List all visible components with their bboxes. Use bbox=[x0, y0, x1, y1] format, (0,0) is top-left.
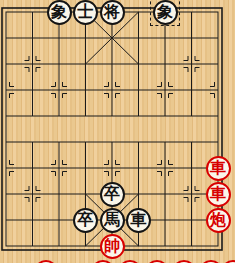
intersection-7-5[interactable] bbox=[178, 129, 205, 155]
intersection-4-3[interactable] bbox=[99, 77, 126, 103]
intersection-8-2[interactable] bbox=[205, 51, 232, 77]
intersection-5-6[interactable] bbox=[125, 155, 152, 181]
intersection-3-9[interactable] bbox=[72, 233, 99, 259]
piece-black-soldier[interactable]: 卒 bbox=[73, 208, 98, 233]
intersection-7-0[interactable] bbox=[178, 0, 205, 25]
intersection-4-8[interactable]: 馬 bbox=[99, 207, 126, 233]
intersection-2-2[interactable] bbox=[46, 51, 73, 77]
last-move-highlight bbox=[150, 0, 180, 26]
intersection-6-2[interactable] bbox=[152, 51, 179, 77]
intersection-5-1[interactable] bbox=[125, 25, 152, 51]
piece-black-soldier[interactable]: 卒 bbox=[100, 182, 125, 207]
intersection-4-6[interactable] bbox=[99, 155, 126, 181]
intersection-4-9[interactable]: 帥 bbox=[99, 233, 126, 259]
intersection-7-3[interactable] bbox=[178, 77, 205, 103]
intersection-3-0[interactable]: 士 bbox=[72, 0, 99, 25]
intersection-8-8[interactable]: 炮 bbox=[205, 207, 232, 233]
intersection-7-4[interactable] bbox=[178, 103, 205, 129]
intersection-2-1[interactable] bbox=[46, 25, 73, 51]
intersection-6-6[interactable] bbox=[152, 155, 179, 181]
intersection-6-8[interactable] bbox=[152, 207, 179, 233]
intersection-3-8[interactable]: 卒 bbox=[72, 207, 99, 233]
intersection-2-7[interactable] bbox=[46, 181, 73, 207]
intersection-4-1[interactable] bbox=[99, 25, 126, 51]
intersection-3-7[interactable] bbox=[72, 181, 99, 207]
intersection-3-2[interactable] bbox=[72, 51, 99, 77]
intersection-3-4[interactable] bbox=[72, 103, 99, 129]
intersection-8-0[interactable] bbox=[205, 0, 232, 25]
intersection-7-9[interactable] bbox=[178, 233, 205, 259]
intersection-0-9[interactable] bbox=[0, 233, 19, 259]
intersection-2-6[interactable] bbox=[46, 155, 73, 181]
piece-black-elephant[interactable]: 象 bbox=[47, 0, 72, 25]
intersection-5-4[interactable] bbox=[125, 103, 152, 129]
piece-black-chariot[interactable]: 車 bbox=[126, 208, 151, 233]
intersection-8-4[interactable] bbox=[205, 103, 232, 129]
intersection-1-5[interactable] bbox=[19, 129, 46, 155]
intersection-3-6[interactable] bbox=[72, 155, 99, 181]
piece-red-chariot[interactable]: 車 bbox=[206, 156, 231, 181]
intersection-5-5[interactable] bbox=[125, 129, 152, 155]
intersection-1-0[interactable] bbox=[19, 0, 46, 25]
intersection-5-8[interactable]: 車 bbox=[125, 207, 152, 233]
intersection-8-3[interactable] bbox=[205, 77, 232, 103]
intersection-0-3[interactable] bbox=[0, 77, 19, 103]
intersection-8-9[interactable] bbox=[205, 233, 232, 259]
xiangqi-board: 象士将象車卒車卒馬車炮帥 bbox=[0, 0, 235, 263]
intersection-0-7[interactable] bbox=[0, 181, 19, 207]
intersection-7-1[interactable] bbox=[178, 25, 205, 51]
piece-red-general[interactable]: 帥 bbox=[100, 234, 125, 259]
intersection-3-5[interactable] bbox=[72, 129, 99, 155]
intersection-0-8[interactable] bbox=[0, 207, 19, 233]
intersection-1-8[interactable] bbox=[19, 207, 46, 233]
intersection-1-1[interactable] bbox=[19, 25, 46, 51]
intersection-6-3[interactable] bbox=[152, 77, 179, 103]
intersection-7-8[interactable] bbox=[178, 207, 205, 233]
intersection-2-5[interactable] bbox=[46, 129, 73, 155]
intersection-5-0[interactable] bbox=[125, 0, 152, 25]
intersection-0-6[interactable] bbox=[0, 155, 19, 181]
intersection-7-6[interactable] bbox=[178, 155, 205, 181]
intersection-6-7[interactable] bbox=[152, 181, 179, 207]
intersection-6-5[interactable] bbox=[152, 129, 179, 155]
intersection-8-7[interactable]: 車 bbox=[205, 181, 232, 207]
intersection-6-1[interactable] bbox=[152, 25, 179, 51]
intersection-2-9[interactable] bbox=[46, 233, 73, 259]
intersection-5-3[interactable] bbox=[125, 77, 152, 103]
intersection-7-2[interactable] bbox=[178, 51, 205, 77]
intersection-3-1[interactable] bbox=[72, 25, 99, 51]
intersection-3-3[interactable] bbox=[72, 77, 99, 103]
intersection-4-7[interactable]: 卒 bbox=[99, 181, 126, 207]
piece-black-horse[interactable]: 馬 bbox=[100, 208, 125, 233]
intersection-5-2[interactable] bbox=[125, 51, 152, 77]
piece-red-cannon[interactable]: 炮 bbox=[206, 208, 231, 233]
intersection-1-3[interactable] bbox=[19, 77, 46, 103]
intersection-0-1[interactable] bbox=[0, 25, 19, 51]
piece-red-chariot[interactable]: 車 bbox=[206, 182, 231, 207]
intersection-8-6[interactable]: 車 bbox=[205, 155, 232, 181]
intersection-0-5[interactable] bbox=[0, 129, 19, 155]
piece-grid: 象士将象車卒車卒馬車炮帥 bbox=[0, 0, 231, 259]
intersection-2-4[interactable] bbox=[46, 103, 73, 129]
intersection-4-0[interactable]: 将 bbox=[99, 0, 126, 25]
intersection-7-7[interactable] bbox=[178, 181, 205, 207]
intersection-4-4[interactable] bbox=[99, 103, 126, 129]
intersection-1-9[interactable] bbox=[19, 233, 46, 259]
piece-black-advisor[interactable]: 士 bbox=[73, 0, 98, 25]
intersection-6-4[interactable] bbox=[152, 103, 179, 129]
intersection-5-9[interactable] bbox=[125, 233, 152, 259]
piece-black-general[interactable]: 将 bbox=[100, 0, 125, 25]
intersection-1-4[interactable] bbox=[19, 103, 46, 129]
intersection-2-8[interactable] bbox=[46, 207, 73, 233]
intersection-4-5[interactable] bbox=[99, 129, 126, 155]
intersection-1-2[interactable] bbox=[19, 51, 46, 77]
intersection-4-2[interactable] bbox=[99, 51, 126, 77]
intersection-0-0[interactable] bbox=[0, 0, 19, 25]
intersection-8-5[interactable] bbox=[205, 129, 232, 155]
intersection-1-6[interactable] bbox=[19, 155, 46, 181]
intersection-5-7[interactable] bbox=[125, 181, 152, 207]
intersection-0-4[interactable] bbox=[0, 103, 19, 129]
intersection-0-2[interactable] bbox=[0, 51, 19, 77]
intersection-1-7[interactable] bbox=[19, 181, 46, 207]
intersection-8-1[interactable] bbox=[205, 25, 232, 51]
intersection-6-9[interactable] bbox=[152, 233, 179, 259]
intersection-2-3[interactable] bbox=[46, 77, 73, 103]
intersection-2-0[interactable]: 象 bbox=[46, 0, 73, 25]
